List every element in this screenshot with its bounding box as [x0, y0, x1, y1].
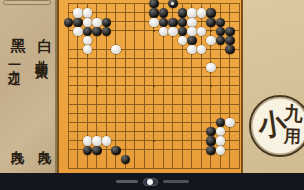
stone-white [92, 136, 101, 145]
stone-white [83, 18, 92, 27]
stone-white [187, 27, 196, 36]
stone-white [225, 118, 234, 127]
black-player-rank: 九段 [8, 139, 26, 143]
stone-black [178, 8, 187, 17]
stone-black [149, 8, 158, 17]
player-panel: 黑 一力辽 九段 白 井山裕太 九段 [0, 0, 57, 173]
white-label: 白 [35, 26, 54, 28]
stone-white [216, 146, 225, 155]
black-player-name: 一力辽 [8, 57, 21, 63]
black-label: 黑 [8, 26, 27, 28]
bar-text-left [116, 180, 138, 183]
stone-white [187, 18, 196, 27]
stone-black [92, 27, 101, 36]
stone-black [102, 18, 111, 27]
stone-black [83, 146, 92, 155]
stone-white [83, 36, 92, 45]
stone-black [102, 27, 111, 36]
stone-black [206, 18, 215, 27]
stone-white [197, 27, 206, 36]
video-control-bar [0, 173, 304, 190]
stone-white [187, 8, 196, 17]
scroll-tab-decoration [3, 0, 51, 5]
seal-character-2: 九 [283, 103, 303, 123]
stone-black [92, 146, 101, 155]
stone-black [159, 8, 168, 17]
stone-black [178, 27, 187, 36]
stone-white [187, 45, 196, 54]
stone-black [216, 27, 225, 36]
white-player-rank: 九段 [35, 139, 53, 143]
stone-black [73, 18, 82, 27]
stone-black [216, 18, 225, 27]
stone-black [225, 36, 234, 45]
stone-white [102, 136, 111, 145]
stone-black [206, 127, 215, 136]
goban [57, 0, 243, 173]
stone-white [83, 8, 92, 17]
stone-black [206, 8, 215, 17]
stone-white [83, 136, 92, 145]
stone-black [83, 27, 92, 36]
stone-black [121, 155, 130, 164]
stone-white [216, 136, 225, 145]
stone-black [64, 18, 73, 27]
stone-black [159, 18, 168, 27]
stone-white [159, 27, 168, 36]
stone-black [111, 146, 120, 155]
stone-white [168, 27, 177, 36]
danmaku-toggle[interactable] [143, 178, 158, 186]
stone-black [168, 18, 177, 27]
stone-black [206, 136, 215, 145]
channel-seal-logo: 小 九 用 [249, 95, 304, 157]
stone-black [187, 36, 196, 45]
stone-white [206, 36, 215, 45]
stone-black [216, 36, 225, 45]
bar-text-right [163, 180, 189, 183]
stone-white [111, 45, 120, 54]
stone-white [73, 27, 82, 36]
side-panel: 小 九 用 [243, 0, 304, 173]
stone-black [206, 146, 215, 155]
stone-black [225, 45, 234, 54]
stone-white [178, 36, 187, 45]
stone-white [92, 18, 101, 27]
stone-black [225, 27, 234, 36]
stone-white [197, 8, 206, 17]
white-player-name: 井山裕太 [35, 49, 48, 57]
video-frame: 黑 一力辽 九段 白 井山裕太 九段 小 九 用 [0, 0, 304, 190]
seal-character-3: 用 [284, 128, 302, 146]
stone-white [73, 8, 82, 17]
stone-black [178, 18, 187, 27]
stone-white [149, 18, 158, 27]
stone-white [206, 63, 215, 72]
toggle-knob-icon [147, 179, 153, 185]
